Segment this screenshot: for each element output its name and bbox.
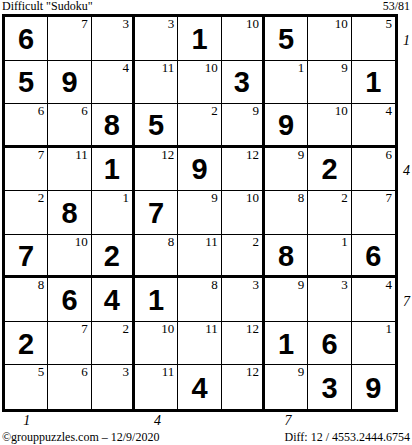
- mark-number: 11: [75, 148, 88, 162]
- cell-r1c7[interactable]: 5: [265, 17, 308, 61]
- cell-r6c8[interactable]: 1: [308, 235, 351, 279]
- mark-number: 7: [385, 191, 392, 205]
- header: Difficult "Sudoku" 53/81: [2, 0, 410, 14]
- cell-r1c6[interactable]: 10: [222, 17, 265, 61]
- cell-r1c4[interactable]: 3: [135, 17, 178, 61]
- given-digit: 6: [18, 25, 34, 54]
- given-digit: 9: [278, 111, 294, 140]
- cell-r2c2[interactable]: 9: [48, 61, 91, 105]
- sudoku-page: Difficult "Sudoku" 53/81 673311051055941…: [0, 0, 412, 445]
- footer: ©grouppuzzles.com – 12/9/2020 Diff: 12 /…: [2, 430, 410, 444]
- mark-number: 1: [298, 61, 305, 75]
- mark-number: 9: [211, 191, 218, 205]
- given-digit: 4: [191, 374, 207, 403]
- cell-r7c5[interactable]: 8: [178, 278, 221, 322]
- cell-r6c6[interactable]: 2: [222, 235, 265, 279]
- copyright-date: ©grouppuzzles.com – 12/9/2020: [2, 430, 159, 444]
- cell-r4c4[interactable]: 12: [135, 148, 178, 192]
- cell-r1c1[interactable]: 6: [5, 17, 48, 61]
- mark-number: 5: [385, 17, 392, 31]
- given-digit: 2: [321, 155, 337, 184]
- cell-r2c5[interactable]: 10: [178, 61, 221, 105]
- cell-r2c6[interactable]: 3: [222, 61, 265, 105]
- mark-number: 11: [205, 322, 218, 336]
- given-digit: 8: [278, 242, 294, 271]
- mark-number: 4: [385, 104, 392, 118]
- cell-r5c1[interactable]: 2: [5, 191, 48, 235]
- cell-r6c3[interactable]: 2: [92, 235, 135, 279]
- cell-r9c5[interactable]: 4: [178, 365, 221, 409]
- mark-number: 9: [341, 61, 348, 75]
- mark-number: 4: [122, 61, 129, 75]
- cell-r4c5[interactable]: 9: [178, 148, 221, 192]
- cell-r2c8[interactable]: 9: [308, 61, 351, 105]
- cell-r8c6[interactable]: 12: [222, 322, 265, 366]
- given-digit: 2: [104, 242, 120, 271]
- cell-r6c2[interactable]: 10: [48, 235, 91, 279]
- mark-number: 5: [38, 365, 45, 379]
- mark-number: 9: [298, 278, 305, 292]
- cell-r3c3[interactable]: 8: [92, 104, 135, 148]
- cell-r9c4[interactable]: 11: [135, 365, 178, 409]
- cell-r4c8[interactable]: 2: [308, 148, 351, 192]
- mark-number: 8: [298, 191, 305, 205]
- mark-number: 12: [246, 365, 259, 379]
- cell-r5c5[interactable]: 9: [178, 191, 221, 235]
- row-label-1: 1: [403, 33, 412, 49]
- given-digit: 5: [278, 25, 294, 54]
- remaining-counter: 53/81: [383, 0, 410, 13]
- cell-r8c8[interactable]: 6: [308, 322, 351, 366]
- col-label-1: 1: [21, 413, 33, 429]
- mark-number: 3: [252, 278, 259, 292]
- cell-r6c9[interactable]: 6: [352, 235, 395, 279]
- mark-number: 2: [211, 104, 218, 118]
- cell-r1c8[interactable]: 10: [308, 17, 351, 61]
- mark-number: 12: [246, 148, 259, 162]
- row-label-4: 4: [403, 163, 412, 179]
- given-digit: 1: [191, 25, 207, 54]
- cell-r7c7[interactable]: 9: [265, 278, 308, 322]
- mark-number: 10: [335, 17, 348, 31]
- mark-number: 6: [81, 365, 88, 379]
- cell-r1c9[interactable]: 5: [352, 17, 395, 61]
- mark-number: 7: [38, 148, 45, 162]
- mark-number: 10: [161, 322, 174, 336]
- mark-number: 10: [205, 61, 218, 75]
- given-digit: 9: [365, 374, 381, 403]
- cell-r1c5[interactable]: 1: [178, 17, 221, 61]
- cell-r7c1[interactable]: 8: [5, 278, 48, 322]
- cell-r2c7[interactable]: 1: [265, 61, 308, 105]
- mark-number: 8: [211, 278, 218, 292]
- mark-number: 1: [385, 322, 392, 336]
- mark-number: 9: [298, 148, 305, 162]
- given-digit: 1: [278, 330, 294, 359]
- given-digit: 4: [104, 286, 120, 315]
- cell-r3c8[interactable]: 10: [308, 104, 351, 148]
- mark-number: 3: [168, 17, 175, 31]
- cell-r5c9[interactable]: 7: [352, 191, 395, 235]
- given-digit: 7: [18, 242, 34, 271]
- cell-r7c2[interactable]: 6: [48, 278, 91, 322]
- cell-r6c4[interactable]: 8: [135, 235, 178, 279]
- cell-r5c2[interactable]: 8: [48, 191, 91, 235]
- cell-r5c6[interactable]: 10: [222, 191, 265, 235]
- mark-number: 2: [38, 191, 45, 205]
- mark-number: 10: [335, 104, 348, 118]
- cell-r6c7[interactable]: 8: [265, 235, 308, 279]
- page-title: Difficult "Sudoku": [2, 0, 93, 13]
- cell-r7c4[interactable]: 1: [135, 278, 178, 322]
- mark-number: 1: [341, 235, 348, 249]
- given-digit: 8: [61, 199, 77, 228]
- cell-r1c2[interactable]: 7: [48, 17, 91, 61]
- cell-r9c3[interactable]: 3: [92, 365, 135, 409]
- mark-number: 11: [162, 61, 175, 75]
- mark-number: 11: [162, 365, 175, 379]
- given-digit: 8: [104, 111, 120, 140]
- col-label-7: 7: [282, 413, 294, 429]
- given-digit: 6: [61, 286, 77, 315]
- mark-number: 8: [38, 278, 45, 292]
- cell-r3c9[interactable]: 4: [352, 104, 395, 148]
- cell-r8c2[interactable]: 7: [48, 322, 91, 366]
- given-digit: 5: [18, 68, 34, 97]
- cell-r9c6[interactable]: 12: [222, 365, 265, 409]
- mark-number: 2: [341, 191, 348, 205]
- mark-number: 4: [385, 278, 392, 292]
- cell-r9c8[interactable]: 3: [308, 365, 351, 409]
- cell-r8c9[interactable]: 1: [352, 322, 395, 366]
- cell-r3c2[interactable]: 6: [48, 104, 91, 148]
- cell-r3c6[interactable]: 9: [222, 104, 265, 148]
- cell-r5c4[interactable]: 7: [135, 191, 178, 235]
- cell-r7c9[interactable]: 4: [352, 278, 395, 322]
- cell-r2c1[interactable]: 5: [5, 61, 48, 105]
- cell-r5c3[interactable]: 1: [92, 191, 135, 235]
- mark-number: 6: [385, 148, 392, 162]
- given-digit: 1: [148, 286, 164, 315]
- cell-r8c4[interactable]: 10: [135, 322, 178, 366]
- given-digit: 1: [365, 68, 381, 97]
- given-digit: 1: [104, 155, 120, 184]
- mark-number: 9: [252, 104, 259, 118]
- cell-r7c3[interactable]: 4: [92, 278, 135, 322]
- cell-r3c1[interactable]: 6: [5, 104, 48, 148]
- cell-r7c8[interactable]: 3: [308, 278, 351, 322]
- given-digit: 3: [321, 374, 337, 403]
- cell-r4c2[interactable]: 11: [48, 148, 91, 192]
- given-digit: 6: [365, 242, 381, 271]
- mark-number: 10: [246, 191, 259, 205]
- mark-number: 11: [205, 235, 218, 249]
- cell-r5c7[interactable]: 8: [265, 191, 308, 235]
- cell-r8c7[interactable]: 1: [265, 322, 308, 366]
- mark-number: 6: [81, 104, 88, 118]
- cell-r6c1[interactable]: 7: [5, 235, 48, 279]
- sudoku-board: 6733110510559411103191668529910471111291…: [2, 14, 398, 412]
- cell-r8c5[interactable]: 11: [178, 322, 221, 366]
- given-digit: 7: [148, 199, 164, 228]
- cell-r9c1[interactable]: 5: [5, 365, 48, 409]
- mark-number: 1: [122, 191, 129, 205]
- mark-number: 3: [122, 17, 129, 31]
- cell-r2c3[interactable]: 4: [92, 61, 135, 105]
- given-digit: 3: [234, 68, 250, 97]
- mark-number: 10: [75, 235, 88, 249]
- given-digit: 2: [18, 330, 34, 359]
- mark-number: 3: [341, 278, 348, 292]
- cell-r4c6[interactable]: 12: [222, 148, 265, 192]
- cell-r4c3[interactable]: 1: [92, 148, 135, 192]
- col-label-4: 4: [151, 413, 163, 429]
- cell-r9c9[interactable]: 9: [352, 365, 395, 409]
- given-digit: 5: [148, 111, 164, 140]
- difficulty-rating: Diff: 12 / 4553.2444.6754: [285, 430, 410, 444]
- cell-r4c9[interactable]: 6: [352, 148, 395, 192]
- cell-r4c1[interactable]: 7: [5, 148, 48, 192]
- mark-number: 6: [38, 104, 45, 118]
- given-digit: 9: [61, 68, 77, 97]
- mark-number: 2: [122, 322, 129, 336]
- cell-r6c5[interactable]: 11: [178, 235, 221, 279]
- cell-r2c9[interactable]: 1: [352, 61, 395, 105]
- cell-r7c6[interactable]: 3: [222, 278, 265, 322]
- mark-number: 9: [298, 365, 305, 379]
- given-digit: 9: [191, 155, 207, 184]
- cell-r3c5[interactable]: 2: [178, 104, 221, 148]
- mark-number: 12: [161, 148, 174, 162]
- mark-number: 2: [252, 235, 259, 249]
- cell-r5c8[interactable]: 2: [308, 191, 351, 235]
- cell-r2c4[interactable]: 11: [135, 61, 178, 105]
- cell-r8c1[interactable]: 2: [5, 322, 48, 366]
- given-digit: 6: [321, 330, 337, 359]
- cell-r8c3[interactable]: 2: [92, 322, 135, 366]
- mark-number: 7: [81, 322, 88, 336]
- mark-number: 7: [81, 17, 88, 31]
- cell-r4c7[interactable]: 9: [265, 148, 308, 192]
- mark-number: 12: [246, 322, 259, 336]
- cell-r3c7[interactable]: 9: [265, 104, 308, 148]
- cell-r9c7[interactable]: 9: [265, 365, 308, 409]
- row-label-7: 7: [403, 294, 412, 310]
- cell-r9c2[interactable]: 6: [48, 365, 91, 409]
- cell-r1c3[interactable]: 3: [92, 17, 135, 61]
- mark-number: 10: [246, 17, 259, 31]
- mark-number: 8: [168, 235, 175, 249]
- mark-number: 3: [122, 365, 129, 379]
- cell-r3c4[interactable]: 5: [135, 104, 178, 148]
